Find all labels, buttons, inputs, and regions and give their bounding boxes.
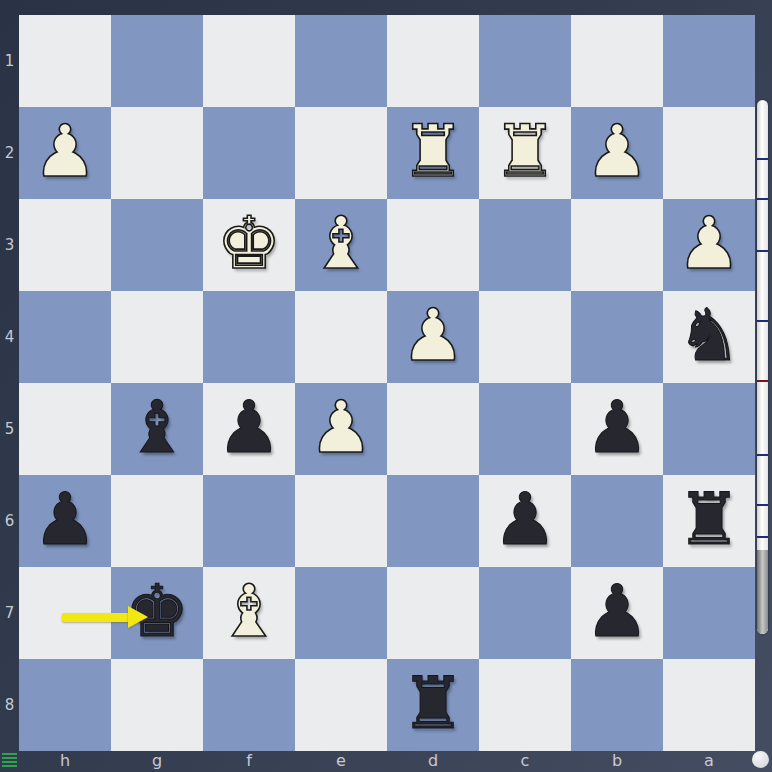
piece-white-pawn-b2[interactable]: ♟ (571, 107, 663, 199)
scrollbar-tick (757, 536, 768, 538)
square-e4[interactable] (295, 291, 387, 383)
piece-white-rook-d2[interactable]: ♜ (387, 107, 479, 199)
square-f3[interactable]: ♚ (203, 199, 295, 291)
menu-icon-bar (2, 765, 17, 767)
square-c1[interactable] (479, 15, 571, 107)
square-g5[interactable]: ♝ (111, 383, 203, 475)
square-b6[interactable] (571, 475, 663, 567)
piece-black-pawn-f5[interactable]: ♟ (203, 383, 295, 475)
square-a4[interactable]: ♞ (663, 291, 755, 383)
square-a5[interactable] (663, 383, 755, 475)
annotation-arrow-head (128, 606, 148, 628)
rank-label-5: 5 (0, 383, 19, 475)
scrollbar-tick (757, 250, 768, 252)
piece-black-pawn-b7[interactable]: ♟ (571, 567, 663, 659)
square-c5[interactable] (479, 383, 571, 475)
square-a2[interactable] (663, 107, 755, 199)
square-d5[interactable] (387, 383, 479, 475)
file-label-d: d (387, 751, 479, 772)
rank-label-1: 1 (0, 15, 19, 107)
square-h5[interactable] (19, 383, 111, 475)
menu-icon-bar (2, 761, 17, 763)
rank-label-4: 4 (0, 291, 19, 383)
piece-black-pawn-b5[interactable]: ♟ (571, 383, 663, 475)
file-label-b: b (571, 751, 663, 772)
menu-icon[interactable] (2, 753, 17, 767)
scrollbar-tick (757, 158, 768, 160)
square-c4[interactable] (479, 291, 571, 383)
file-label-a: a (663, 751, 755, 772)
square-c7[interactable] (479, 567, 571, 659)
square-d6[interactable] (387, 475, 479, 567)
piece-white-pawn-e5[interactable]: ♟ (295, 383, 387, 475)
file-label-c: c (479, 751, 571, 772)
scrollbar-gray-segment (757, 550, 768, 634)
square-f8[interactable] (203, 659, 295, 751)
file-label-e: e (295, 751, 387, 772)
square-d8[interactable]: ♜ (387, 659, 479, 751)
square-b2[interactable]: ♟ (571, 107, 663, 199)
scrollbar-tick (757, 504, 768, 506)
piece-black-knight-a4[interactable]: ♞ (663, 291, 755, 383)
scrollbar-tick (757, 454, 768, 456)
square-a6[interactable]: ♜ (663, 475, 755, 567)
file-label-f: f (203, 751, 295, 772)
square-f5[interactable]: ♟ (203, 383, 295, 475)
square-f4[interactable] (203, 291, 295, 383)
piece-black-rook-a6[interactable]: ♜ (663, 475, 755, 567)
rank-label-6: 6 (0, 475, 19, 567)
rank-label-2: 2 (0, 107, 19, 199)
square-e1[interactable] (295, 15, 387, 107)
square-b8[interactable] (571, 659, 663, 751)
rank-label-3: 3 (0, 199, 19, 291)
square-g8[interactable] (111, 659, 203, 751)
square-d7[interactable] (387, 567, 479, 659)
square-a1[interactable] (663, 15, 755, 107)
piece-black-pawn-c6[interactable]: ♟ (479, 475, 571, 567)
circle-button[interactable] (752, 751, 769, 768)
square-g2[interactable] (111, 107, 203, 199)
piece-black-pawn-h6[interactable]: ♟ (19, 475, 111, 567)
menu-icon-bar (2, 757, 17, 759)
square-e8[interactable] (295, 659, 387, 751)
scrollbar-thumb[interactable] (757, 100, 768, 634)
square-f6[interactable] (203, 475, 295, 567)
piece-white-pawn-a3[interactable]: ♟ (663, 199, 755, 291)
square-c3[interactable] (479, 199, 571, 291)
square-f7[interactable]: ♝ (203, 567, 295, 659)
piece-white-pawn-d4[interactable]: ♟ (387, 291, 479, 383)
square-d2[interactable]: ♜ (387, 107, 479, 199)
square-h2[interactable]: ♟ (19, 107, 111, 199)
square-e5[interactable]: ♟ (295, 383, 387, 475)
square-e2[interactable] (295, 107, 387, 199)
scrollbar-tick (757, 198, 768, 200)
square-a8[interactable] (663, 659, 755, 751)
square-b7[interactable]: ♟ (571, 567, 663, 659)
menu-icon-bar (2, 753, 17, 755)
square-g3[interactable] (111, 199, 203, 291)
square-g1[interactable] (111, 15, 203, 107)
square-h8[interactable] (19, 659, 111, 751)
square-g6[interactable] (111, 475, 203, 567)
square-g4[interactable] (111, 291, 203, 383)
chess-board[interactable]: ♟♜♜♟♚♝♟♟♞♝♟♟♟♟♟♜♚♝♟♜ (19, 15, 755, 751)
rank-label-7: 7 (0, 567, 19, 659)
square-c8[interactable] (479, 659, 571, 751)
annotation-arrow-shaft (62, 613, 130, 622)
square-e7[interactable] (295, 567, 387, 659)
file-label-h: h (19, 751, 111, 772)
scrollbar-tick (757, 320, 768, 322)
piece-white-bishop-f7[interactable]: ♝ (203, 567, 295, 659)
square-h6[interactable]: ♟ (19, 475, 111, 567)
rank-label-8: 8 (0, 659, 19, 751)
square-a7[interactable] (663, 567, 755, 659)
square-d1[interactable] (387, 15, 479, 107)
piece-white-pawn-h2[interactable]: ♟ (19, 107, 111, 199)
square-e3[interactable]: ♝ (295, 199, 387, 291)
square-d3[interactable] (387, 199, 479, 291)
square-h1[interactable] (19, 15, 111, 107)
square-c6[interactable]: ♟ (479, 475, 571, 567)
piece-white-rook-c2[interactable]: ♜ (479, 107, 571, 199)
square-f1[interactable] (203, 15, 295, 107)
square-a3[interactable]: ♟ (663, 199, 755, 291)
square-c2[interactable]: ♜ (479, 107, 571, 199)
piece-white-king-f3[interactable]: ♚ (203, 199, 295, 291)
square-h4[interactable] (19, 291, 111, 383)
scrollbar-tick (757, 380, 768, 382)
piece-white-bishop-e3[interactable]: ♝ (295, 199, 387, 291)
file-label-g: g (111, 751, 203, 772)
piece-black-rook-d8[interactable]: ♜ (387, 659, 479, 751)
square-b4[interactable] (571, 291, 663, 383)
piece-black-bishop-g5[interactable]: ♝ (111, 383, 203, 475)
square-b3[interactable] (571, 199, 663, 291)
square-f2[interactable] (203, 107, 295, 199)
square-e6[interactable] (295, 475, 387, 567)
square-d4[interactable]: ♟ (387, 291, 479, 383)
square-b5[interactable]: ♟ (571, 383, 663, 475)
square-b1[interactable] (571, 15, 663, 107)
square-h3[interactable] (19, 199, 111, 291)
